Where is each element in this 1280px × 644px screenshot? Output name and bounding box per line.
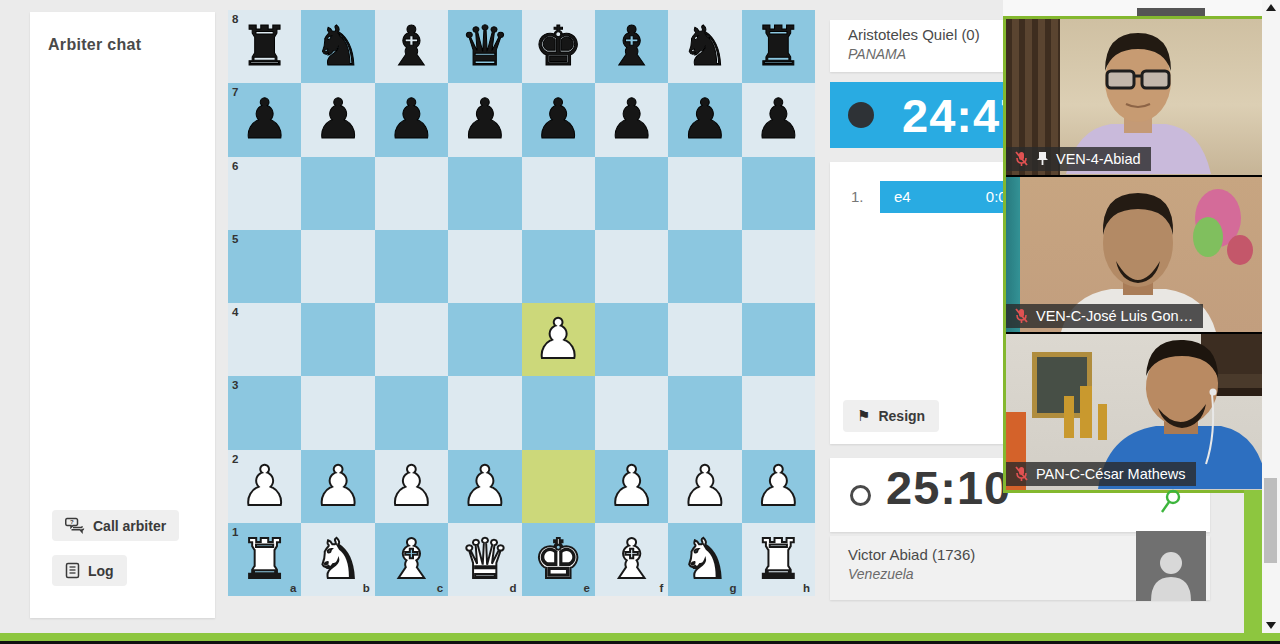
black-piece-k[interactable]: ♚ <box>534 19 583 74</box>
square-e6[interactable] <box>522 157 595 230</box>
file-label-a: a <box>290 582 296 594</box>
log-label: Log <box>88 563 114 579</box>
arbiter-chat-panel: Arbiter chat ? Call arbiter Log <box>30 12 215 618</box>
white-piece-p[interactable]: ♟ <box>460 459 509 514</box>
black-piece-q[interactable]: ♛ <box>460 19 509 74</box>
black-piece-p[interactable]: ♟ <box>534 92 583 147</box>
video-feed-3[interactable]: PAN-C-César Mathews <box>1006 334 1271 490</box>
white-piece-b[interactable]: ♝ <box>607 532 656 587</box>
square-c2[interactable]: ♟ <box>375 450 448 523</box>
rank-label-8: 8 <box>232 13 238 25</box>
svg-text:?: ? <box>70 519 74 525</box>
square-h3[interactable] <box>742 376 815 449</box>
square-h6[interactable] <box>742 157 815 230</box>
black-piece-p[interactable]: ♟ <box>754 92 803 147</box>
square-d6[interactable] <box>448 157 521 230</box>
magnifier-pin-icon[interactable] <box>1157 488 1183 516</box>
square-b7[interactable]: ♟ <box>301 83 374 156</box>
scroll-down-arrow-icon[interactable] <box>1266 622 1276 629</box>
square-a8[interactable]: ♜8 <box>228 10 301 83</box>
square-b3[interactable] <box>301 376 374 449</box>
file-label-g: g <box>730 582 737 594</box>
file-label-h: h <box>803 582 810 594</box>
participant-name: VEN-C-José Luis Gon… <box>1036 308 1193 324</box>
rank-label-5: 5 <box>232 233 238 245</box>
square-b2[interactable]: ♟ <box>301 450 374 523</box>
square-g1[interactable]: ♞g <box>668 523 741 596</box>
square-g6[interactable] <box>668 157 741 230</box>
call-arbiter-button[interactable]: ? Call arbiter <box>52 510 179 541</box>
black-piece-b[interactable]: ♝ <box>607 19 656 74</box>
white-piece-r[interactable]: ♜ <box>240 532 289 587</box>
square-g4[interactable] <box>668 303 741 376</box>
mic-muted-icon <box>1014 151 1029 167</box>
white-piece-n[interactable]: ♞ <box>680 532 729 587</box>
page-scrollbar[interactable] <box>1262 0 1280 644</box>
square-f8[interactable]: ♝ <box>595 10 668 83</box>
square-h2[interactable]: ♟ <box>742 450 815 523</box>
square-d8[interactable]: ♛ <box>448 10 521 83</box>
mic-muted-icon <box>1014 308 1029 324</box>
video-label-bar: VEN-4-Abiad <box>1006 147 1151 171</box>
square-g5[interactable] <box>668 230 741 303</box>
square-d3[interactable] <box>448 376 521 449</box>
white-piece-p[interactable]: ♟ <box>607 459 656 514</box>
file-label-b: b <box>363 582 370 594</box>
video-panel: VEN-4-Abiad VEN-C-José Luis Gon… <box>1003 16 1274 493</box>
video-label-bar: PAN-C-César Mathews <box>1006 462 1196 486</box>
square-a7[interactable]: ♟7 <box>228 83 301 156</box>
square-e5[interactable] <box>522 230 595 303</box>
square-e1[interactable]: ♚e <box>522 523 595 596</box>
square-c3[interactable] <box>375 376 448 449</box>
square-a2[interactable]: ♟2 <box>228 450 301 523</box>
flag-icon: ⚑ <box>857 407 870 425</box>
rank-label-2: 2 <box>232 453 238 465</box>
square-e4[interactable]: ♟ <box>522 303 595 376</box>
square-c1[interactable]: ♝c <box>375 523 448 596</box>
square-f1[interactable]: ♝f <box>595 523 668 596</box>
clipboard-icon <box>65 562 80 579</box>
square-c8[interactable]: ♝ <box>375 10 448 83</box>
square-h4[interactable] <box>742 303 815 376</box>
to-move-dot-icon <box>848 102 874 128</box>
square-b6[interactable] <box>301 157 374 230</box>
scrollbar-thumb[interactable] <box>1264 478 1277 563</box>
file-label-c: c <box>437 582 443 594</box>
rank-label-4: 4 <box>232 306 238 318</box>
square-c7[interactable]: ♟ <box>375 83 448 156</box>
black-piece-r[interactable]: ♜ <box>240 19 289 74</box>
square-h7[interactable]: ♟ <box>742 83 815 156</box>
white-piece-p[interactable]: ♟ <box>754 459 803 514</box>
video-window-top-strip <box>1003 0 1262 16</box>
scroll-up-arrow-icon[interactable] <box>1266 4 1276 11</box>
avatar <box>1136 531 1206 601</box>
square-f7[interactable]: ♟ <box>595 83 668 156</box>
square-c5[interactable] <box>375 230 448 303</box>
black-piece-r[interactable]: ♜ <box>754 19 803 74</box>
resign-button[interactable]: ⚑ Resign <box>843 400 939 432</box>
square-b8[interactable]: ♞ <box>301 10 374 83</box>
move-number: 1. <box>851 188 864 205</box>
arbiter-chat-title: Arbiter chat <box>30 12 215 54</box>
white-piece-k[interactable]: ♚ <box>534 532 583 587</box>
square-d1[interactable]: ♛d <box>448 523 521 596</box>
square-a1[interactable]: ♜1a <box>228 523 301 596</box>
white-piece-p[interactable]: ♟ <box>387 459 436 514</box>
pin-icon <box>1036 151 1049 166</box>
square-e8[interactable]: ♚ <box>522 10 595 83</box>
square-d5[interactable] <box>448 230 521 303</box>
white-piece-b[interactable]: ♝ <box>387 532 436 587</box>
square-b1[interactable]: ♞b <box>301 523 374 596</box>
square-a3[interactable]: 3 <box>228 376 301 449</box>
square-e2[interactable] <box>522 450 595 523</box>
mic-muted-icon <box>1014 466 1029 482</box>
white-piece-q[interactable]: ♛ <box>460 532 509 587</box>
video-feed-1[interactable]: VEN-4-Abiad <box>1006 19 1271 177</box>
video-feed-2[interactable]: VEN-C-José Luis Gon… <box>1006 177 1271 335</box>
rank-label-6: 6 <box>232 160 238 172</box>
black-piece-p[interactable]: ♟ <box>387 92 436 147</box>
white-piece-n[interactable]: ♞ <box>313 532 362 587</box>
participant-name: VEN-4-Abiad <box>1056 151 1141 167</box>
black-piece-n[interactable]: ♞ <box>680 19 729 74</box>
square-c4[interactable] <box>375 303 448 376</box>
black-piece-p[interactable]: ♟ <box>313 92 362 147</box>
call-arbiter-label: Call arbiter <box>93 518 166 534</box>
move-san: e4 <box>894 188 911 205</box>
player-clock-time: 25:10 <box>886 460 1011 515</box>
square-h5[interactable] <box>742 230 815 303</box>
square-h1[interactable]: ♜h <box>742 523 815 596</box>
square-a6[interactable]: 6 <box>228 157 301 230</box>
square-f2[interactable]: ♟ <box>595 450 668 523</box>
black-piece-p[interactable]: ♟ <box>240 92 289 147</box>
screen-share-frame-bottom <box>0 633 1280 641</box>
chat-bubbles-icon: ? <box>65 517 85 534</box>
white-piece-r[interactable]: ♜ <box>754 532 803 587</box>
rank-label-1: 1 <box>232 526 238 538</box>
resign-label: Resign <box>878 408 925 424</box>
video-label-bar: VEN-C-José Luis Gon… <box>1006 304 1203 328</box>
rank-label-3: 3 <box>232 379 238 391</box>
file-label-d: d <box>509 582 516 594</box>
square-d7[interactable]: ♟ <box>448 83 521 156</box>
black-piece-p[interactable]: ♟ <box>680 92 729 147</box>
drag-handle[interactable] <box>1137 8 1205 16</box>
screen-share-frame-right <box>1244 490 1262 641</box>
square-e3[interactable] <box>522 376 595 449</box>
file-label-e: e <box>583 582 589 594</box>
square-b4[interactable] <box>301 303 374 376</box>
square-g8[interactable]: ♞ <box>668 10 741 83</box>
square-f5[interactable] <box>595 230 668 303</box>
log-button[interactable]: Log <box>52 555 127 586</box>
black-piece-p[interactable]: ♟ <box>607 92 656 147</box>
chess-board[interactable]: ♜8♞♝♛♚♝♞♜♟7♟♟♟♟♟♟♟654♟3♟2♟♟♟♟♟♟♜1a♞b♝c♛d… <box>228 10 815 596</box>
square-g7[interactable]: ♟ <box>668 83 741 156</box>
participant-name: PAN-C-César Mathews <box>1036 466 1186 482</box>
white-piece-p[interactable]: ♟ <box>534 312 583 367</box>
square-f4[interactable] <box>595 303 668 376</box>
to-move-ring-icon <box>850 485 871 506</box>
black-piece-p[interactable]: ♟ <box>460 92 509 147</box>
square-a4[interactable]: 4 <box>228 303 301 376</box>
rank-label-7: 7 <box>232 86 238 98</box>
file-label-f: f <box>659 582 663 594</box>
white-piece-p[interactable]: ♟ <box>680 459 729 514</box>
square-a5[interactable]: 5 <box>228 230 301 303</box>
white-piece-p[interactable]: ♟ <box>240 459 289 514</box>
square-d4[interactable] <box>448 303 521 376</box>
square-c6[interactable] <box>375 157 448 230</box>
square-g2[interactable]: ♟ <box>668 450 741 523</box>
white-piece-p[interactable]: ♟ <box>313 459 362 514</box>
black-piece-b[interactable]: ♝ <box>387 19 436 74</box>
square-f3[interactable] <box>595 376 668 449</box>
player-card: Victor Abiad (1736) Venezuela <box>830 536 1210 600</box>
square-d2[interactable]: ♟ <box>448 450 521 523</box>
square-f6[interactable] <box>595 157 668 230</box>
square-g3[interactable] <box>668 376 741 449</box>
square-e7[interactable]: ♟ <box>522 83 595 156</box>
square-b5[interactable] <box>301 230 374 303</box>
black-piece-n[interactable]: ♞ <box>313 19 362 74</box>
square-h8[interactable]: ♜ <box>742 10 815 83</box>
